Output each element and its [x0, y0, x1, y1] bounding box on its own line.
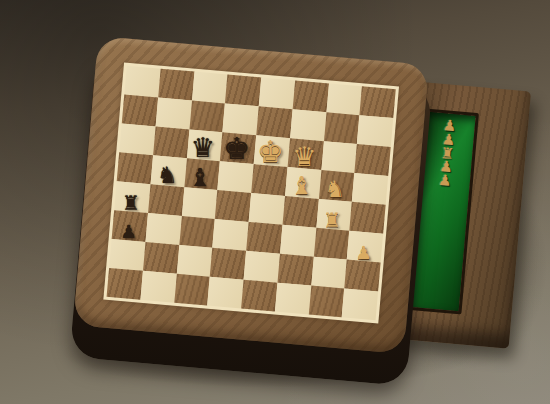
square-a2[interactable]	[109, 239, 145, 271]
square-h5[interactable]	[352, 173, 388, 205]
dark-queen-c6[interactable]: ♛	[191, 134, 215, 161]
dark-king-d6[interactable]: ♚	[223, 134, 250, 164]
light-rook-g4[interactable]: ♜	[324, 210, 342, 230]
square-g7[interactable]	[323, 112, 359, 144]
photo-scene: ♟♟♜♟♟ ♛♚♚♛♞♝♝♞♜♜♟♟	[0, 0, 550, 404]
stored-piece-5[interactable]: ♟	[438, 174, 453, 189]
dark-knight-b5[interactable]: ♞	[157, 164, 178, 187]
square-b8[interactable]	[158, 69, 194, 101]
dark-rook-a4[interactable]: ♜	[122, 193, 140, 213]
square-f7[interactable]	[290, 109, 326, 141]
square-b3[interactable]	[145, 213, 181, 245]
square-b6[interactable]	[153, 126, 189, 158]
square-e8[interactable]	[259, 77, 295, 109]
square-c8[interactable]	[192, 72, 228, 104]
square-g1[interactable]	[308, 286, 344, 318]
square-h2[interactable]	[344, 260, 380, 292]
square-a7[interactable]	[122, 95, 158, 127]
square-d3[interactable]	[212, 219, 248, 251]
square-b5[interactable]: ♞	[150, 155, 186, 187]
square-g8[interactable]	[326, 83, 362, 115]
square-d4[interactable]	[215, 190, 251, 222]
square-c5[interactable]: ♝	[184, 158, 220, 190]
square-d5[interactable]	[218, 161, 254, 193]
light-queen-f6[interactable]: ♛	[292, 143, 316, 170]
square-a3[interactable]: ♟	[112, 210, 148, 242]
light-knight-g5[interactable]: ♞	[325, 178, 346, 201]
square-d8[interactable]	[225, 75, 261, 107]
square-a1[interactable]	[107, 268, 143, 300]
square-b2[interactable]	[143, 242, 179, 274]
square-a6[interactable]	[119, 123, 155, 155]
square-f1[interactable]	[275, 283, 311, 315]
square-e4[interactable]	[249, 193, 285, 225]
square-c4[interactable]	[181, 187, 217, 219]
square-b4[interactable]	[148, 184, 184, 216]
square-e2[interactable]	[244, 251, 280, 283]
square-c2[interactable]	[176, 245, 212, 277]
square-b7[interactable]	[155, 98, 191, 130]
square-g5[interactable]: ♞	[318, 170, 354, 202]
square-c6[interactable]: ♛	[186, 129, 222, 161]
square-e1[interactable]	[241, 280, 277, 312]
box-top: ♛♚♚♛♞♝♝♞♜♜♟♟	[73, 36, 429, 354]
dark-pawn-a3[interactable]: ♟	[120, 223, 136, 241]
square-e3[interactable]	[246, 222, 282, 254]
square-g3[interactable]	[313, 228, 349, 260]
square-d1[interactable]	[207, 277, 243, 309]
square-e5[interactable]	[251, 164, 287, 196]
dark-bishop-c5[interactable]: ♝	[189, 165, 211, 190]
square-f6[interactable]: ♛	[287, 138, 323, 170]
square-h7[interactable]	[357, 115, 393, 147]
light-king-e6[interactable]: ♚	[257, 137, 284, 167]
square-d6[interactable]: ♚	[220, 132, 256, 164]
square-e6[interactable]: ♚	[254, 135, 290, 167]
square-d2[interactable]	[210, 248, 246, 280]
board-frame: ♛♚♚♛♞♝♝♞♜♜♟♟	[103, 62, 399, 323]
square-c3[interactable]	[179, 216, 215, 248]
square-h3[interactable]: ♟	[347, 231, 383, 263]
square-f3[interactable]	[280, 225, 316, 257]
square-f2[interactable]	[277, 254, 313, 286]
chess-board: ♛♚♚♛♞♝♝♞♜♜♟♟	[107, 66, 396, 321]
square-b1[interactable]	[140, 271, 176, 303]
square-h6[interactable]	[355, 144, 391, 176]
square-g4[interactable]: ♜	[316, 199, 352, 231]
square-c7[interactable]	[189, 100, 225, 132]
square-f5[interactable]: ♝	[285, 167, 321, 199]
light-pawn-h3[interactable]: ♟	[356, 244, 372, 262]
square-f4[interactable]	[282, 196, 318, 228]
square-c1[interactable]	[174, 274, 210, 306]
square-g6[interactable]	[321, 141, 357, 173]
square-f8[interactable]	[292, 80, 328, 112]
square-a5[interactable]	[117, 152, 153, 184]
square-h8[interactable]	[360, 86, 396, 118]
square-a8[interactable]	[124, 66, 160, 98]
square-h4[interactable]	[350, 202, 386, 234]
square-a4[interactable]: ♜	[114, 181, 150, 213]
square-g2[interactable]	[311, 257, 347, 289]
light-bishop-f5[interactable]: ♝	[290, 173, 312, 198]
square-h1[interactable]	[342, 289, 378, 321]
